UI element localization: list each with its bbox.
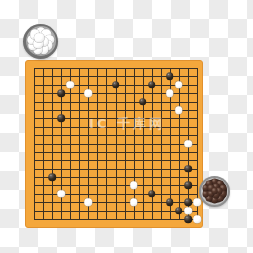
transparent-background: IC 千库网 <box>0 0 253 253</box>
black-stone <box>184 215 192 223</box>
board-stones <box>26 61 202 227</box>
white-stone <box>130 182 138 190</box>
black-bowl-stone <box>211 188 218 195</box>
go-board <box>25 60 203 228</box>
white-stone <box>130 198 138 206</box>
white-stone <box>193 215 201 223</box>
white-stone <box>184 140 192 148</box>
black-stone <box>57 89 65 97</box>
black-stone <box>57 115 65 123</box>
black-stone <box>48 173 56 181</box>
black-stone <box>148 81 156 89</box>
black-stone <box>166 73 174 81</box>
black-stone-bowl <box>199 176 230 207</box>
white-stone <box>184 207 192 215</box>
white-stone <box>175 106 183 114</box>
white-stone <box>85 89 93 97</box>
black-stone <box>148 190 156 198</box>
black-stone <box>139 98 147 106</box>
white-stone <box>57 190 65 198</box>
black-stone <box>112 81 120 89</box>
white-stone <box>193 198 201 206</box>
black-stone <box>166 198 174 206</box>
white-stone-bowl <box>23 24 58 59</box>
black-stone <box>175 207 183 215</box>
black-stone <box>184 198 192 206</box>
black-stone <box>184 165 192 173</box>
white-stone <box>175 81 183 89</box>
white-stone <box>166 89 174 97</box>
white-stone <box>66 81 74 89</box>
white-stone <box>85 198 93 206</box>
black-stone <box>184 182 192 190</box>
